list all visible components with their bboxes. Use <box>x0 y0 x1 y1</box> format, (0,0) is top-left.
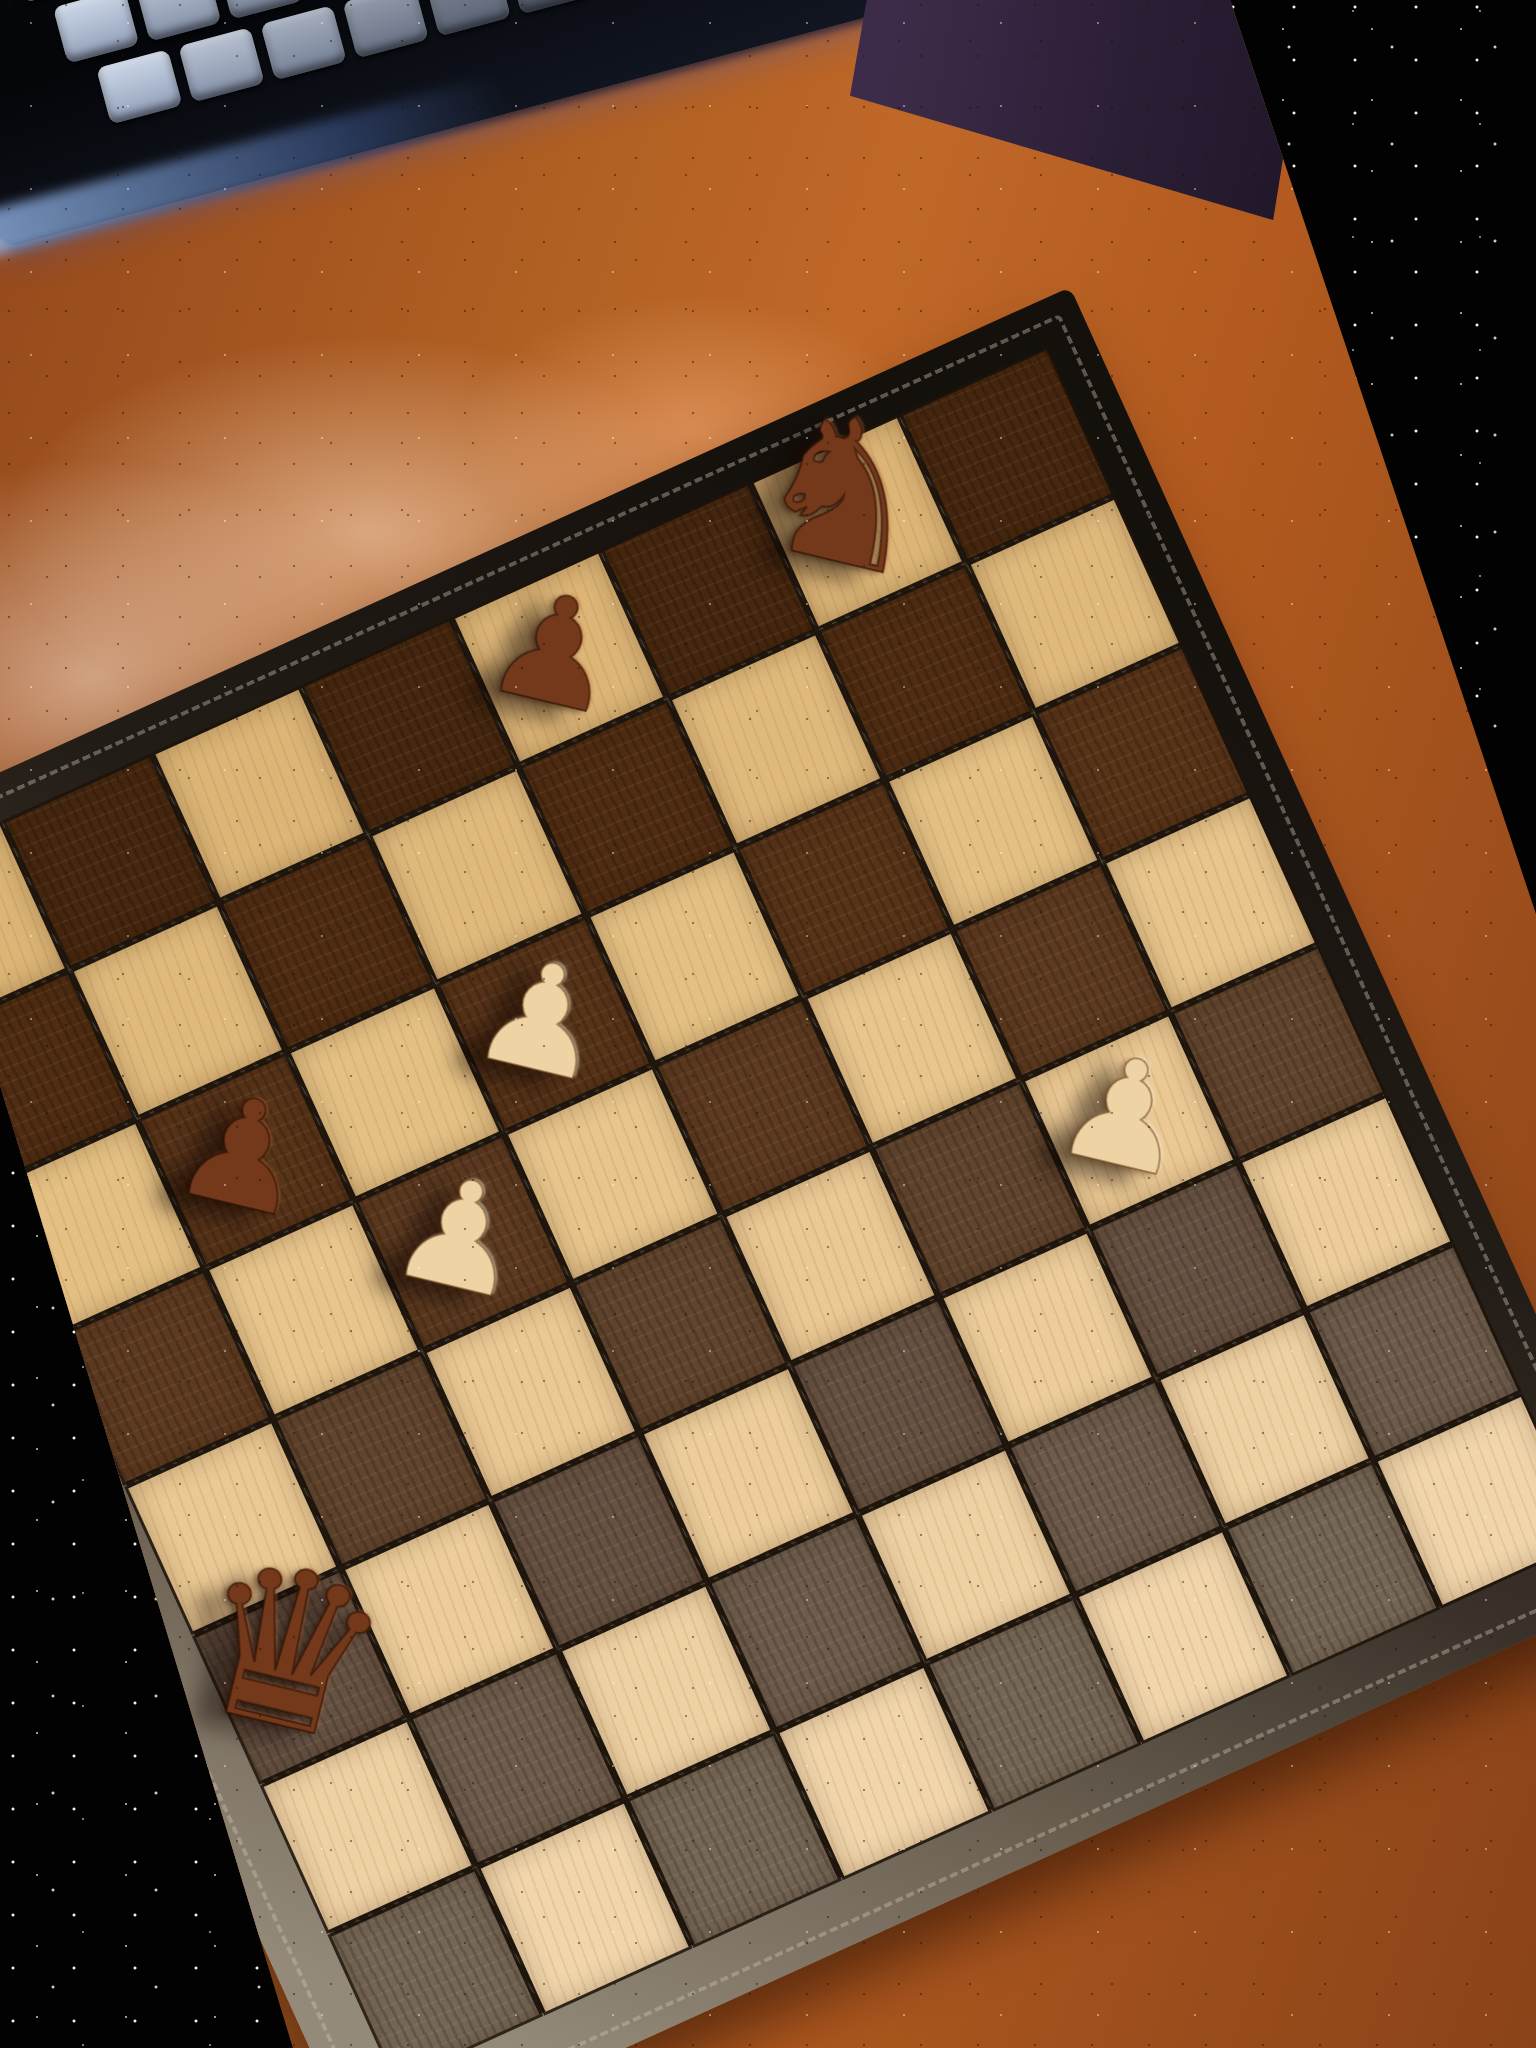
keyboard-key[interactable] <box>53 0 139 64</box>
dark-knight[interactable]: ♞ <box>735 376 954 610</box>
chess-board-frame: ♟♞♟♟♟♟♛ <box>0 287 1536 2048</box>
keyboard-key[interactable] <box>425 0 511 36</box>
keyboard-key[interactable] <box>135 0 221 42</box>
purple-mat <box>850 0 1310 220</box>
chess-board[interactable]: ♟♞♟♟♟♟♛ <box>0 351 1536 2048</box>
keyboard-key[interactable] <box>178 27 264 102</box>
black-speckled-background: ♟♞♟♟♟♟♛ <box>0 0 1536 2048</box>
dark-pawn[interactable]: ♟ <box>474 564 638 739</box>
keyboard-key[interactable] <box>342 0 428 58</box>
screenshot-root: { "game": { "name": "chess", "scene": "o… <box>0 0 1536 2048</box>
keyboard-key[interactable] <box>507 0 593 14</box>
keyboard-key[interactable] <box>96 49 182 124</box>
photo-area: ♟♞♟♟♟♟♛ <box>0 0 1536 2048</box>
keyboard-key[interactable] <box>260 5 346 80</box>
